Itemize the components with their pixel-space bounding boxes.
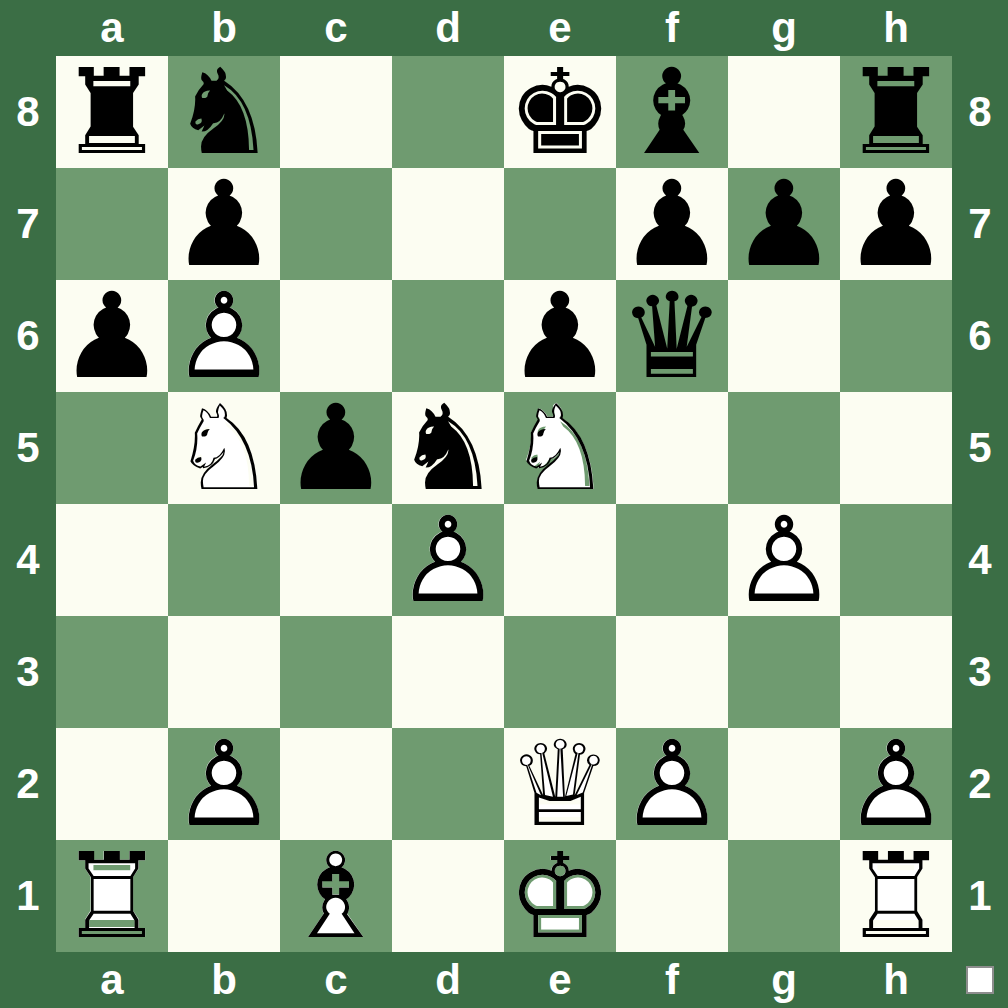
square-h2[interactable]: ♟♙ (840, 728, 952, 840)
white-king-e1-fill: ♚ (504, 840, 616, 952)
square-f4[interactable] (616, 504, 728, 616)
black-pawn-b7: ♟ (168, 168, 280, 280)
square-h6[interactable] (840, 280, 952, 392)
square-g3[interactable] (728, 616, 840, 728)
square-b3[interactable] (168, 616, 280, 728)
black-pawn-c5: ♟ (280, 392, 392, 504)
square-h1[interactable]: ♜♖ (840, 840, 952, 952)
square-d1[interactable] (392, 840, 504, 952)
file-label-top-c: c (280, 0, 392, 56)
white-knight-e5-fill: ♞ (504, 392, 616, 504)
black-pawn-g7: ♟ (728, 168, 840, 280)
black-queen-f6: ♛ (616, 280, 728, 392)
white-pawn-h2-outline: ♙ (840, 728, 952, 840)
rank-label-left-6: 6 (0, 280, 56, 392)
square-f5[interactable] (616, 392, 728, 504)
square-c2[interactable] (280, 728, 392, 840)
file-label-top-f: f (616, 0, 728, 56)
file-label-top-g: g (728, 0, 840, 56)
square-f3[interactable] (616, 616, 728, 728)
white-queen-e2-outline: ♕ (504, 728, 616, 840)
file-label-top-h: h (840, 0, 952, 56)
rank-label-left-8: 8 (0, 56, 56, 168)
chess-board-frame: abcdefgh8♜♞♚♝♜87♟♟♟♟76♟♟♙♟♛65♞♘♟♞♞♘54♟♙♟… (0, 0, 1008, 1008)
square-c7[interactable] (280, 168, 392, 280)
square-f1[interactable] (616, 840, 728, 952)
square-f8[interactable]: ♝ (616, 56, 728, 168)
square-a1[interactable]: ♜♖ (56, 840, 168, 952)
white-king-e1-outline: ♔ (504, 840, 616, 952)
rank-label-right-7: 7 (952, 168, 1008, 280)
white-pawn-g4-fill: ♟ (728, 504, 840, 616)
square-c4[interactable] (280, 504, 392, 616)
square-h3[interactable] (840, 616, 952, 728)
black-pawn-f7: ♟ (616, 168, 728, 280)
frame-corner-top-right (952, 0, 1008, 56)
square-c5[interactable]: ♟ (280, 392, 392, 504)
square-h7[interactable]: ♟ (840, 168, 952, 280)
rank-label-right-5: 5 (952, 392, 1008, 504)
square-b4[interactable] (168, 504, 280, 616)
file-label-bottom-e: e (504, 952, 616, 1008)
square-g8[interactable] (728, 56, 840, 168)
square-b2[interactable]: ♟♙ (168, 728, 280, 840)
rank-label-right-3: 3 (952, 616, 1008, 728)
square-h4[interactable] (840, 504, 952, 616)
white-rook-a1-outline: ♖ (56, 840, 168, 952)
frame-corner-top-left (0, 0, 56, 56)
white-pawn-b6-outline: ♙ (168, 280, 280, 392)
black-pawn-h7: ♟ (840, 168, 952, 280)
rank-label-left-4: 4 (0, 504, 56, 616)
square-d7[interactable] (392, 168, 504, 280)
white-bishop-c1-outline: ♗ (280, 840, 392, 952)
square-a3[interactable] (56, 616, 168, 728)
square-e8[interactable]: ♚ (504, 56, 616, 168)
square-a7[interactable] (56, 168, 168, 280)
square-c6[interactable] (280, 280, 392, 392)
square-e4[interactable] (504, 504, 616, 616)
square-f2[interactable]: ♟♙ (616, 728, 728, 840)
rank-label-left-5: 5 (0, 392, 56, 504)
square-d8[interactable] (392, 56, 504, 168)
white-pawn-f2-outline: ♙ (616, 728, 728, 840)
black-knight-b8: ♞ (168, 56, 280, 168)
white-pawn-b2-outline: ♙ (168, 728, 280, 840)
square-e7[interactable] (504, 168, 616, 280)
white-rook-a1-fill: ♜ (56, 840, 168, 952)
file-label-bottom-a: a (56, 952, 168, 1008)
black-rook-a8: ♜ (56, 56, 168, 168)
rank-label-left-1: 1 (0, 840, 56, 952)
square-e2[interactable]: ♛♕ (504, 728, 616, 840)
white-pawn-g4-outline: ♙ (728, 504, 840, 616)
white-queen-e2-fill: ♛ (504, 728, 616, 840)
square-g2[interactable] (728, 728, 840, 840)
square-d2[interactable] (392, 728, 504, 840)
white-pawn-d4-fill: ♟ (392, 504, 504, 616)
rank-label-right-8: 8 (952, 56, 1008, 168)
square-g4[interactable]: ♟♙ (728, 504, 840, 616)
square-h5[interactable] (840, 392, 952, 504)
white-pawn-h2-fill: ♟ (840, 728, 952, 840)
square-b1[interactable] (168, 840, 280, 952)
white-knight-b5-outline: ♘ (168, 392, 280, 504)
square-b8[interactable]: ♞ (168, 56, 280, 168)
square-a8[interactable]: ♜ (56, 56, 168, 168)
square-e3[interactable] (504, 616, 616, 728)
square-e5[interactable]: ♞♘ (504, 392, 616, 504)
frame-corner-bottom-left (0, 952, 56, 1008)
file-label-top-d: d (392, 0, 504, 56)
rank-label-left-2: 2 (0, 728, 56, 840)
rank-label-left-7: 7 (0, 168, 56, 280)
square-g5[interactable] (728, 392, 840, 504)
square-b7[interactable]: ♟ (168, 168, 280, 280)
square-g7[interactable]: ♟ (728, 168, 840, 280)
file-label-bottom-b: b (168, 952, 280, 1008)
white-to-move-indicator (966, 966, 994, 994)
white-pawn-d4-outline: ♙ (392, 504, 504, 616)
file-label-bottom-d: d (392, 952, 504, 1008)
square-g6[interactable] (728, 280, 840, 392)
square-d3[interactable] (392, 616, 504, 728)
white-knight-e5-outline: ♘ (504, 392, 616, 504)
white-pawn-b2-fill: ♟ (168, 728, 280, 840)
black-bishop-f8: ♝ (616, 56, 728, 168)
rank-label-right-2: 2 (952, 728, 1008, 840)
rank-label-left-3: 3 (0, 616, 56, 728)
square-c3[interactable] (280, 616, 392, 728)
file-label-bottom-f: f (616, 952, 728, 1008)
square-b6[interactable]: ♟♙ (168, 280, 280, 392)
rank-label-right-4: 4 (952, 504, 1008, 616)
square-a5[interactable] (56, 392, 168, 504)
square-d5[interactable]: ♞ (392, 392, 504, 504)
black-knight-d5: ♞ (392, 392, 504, 504)
black-pawn-e6: ♟ (504, 280, 616, 392)
file-label-bottom-g: g (728, 952, 840, 1008)
white-pawn-b6-fill: ♟ (168, 280, 280, 392)
file-label-bottom-h: h (840, 952, 952, 1008)
black-pawn-a6: ♟ (56, 280, 168, 392)
file-label-top-e: e (504, 0, 616, 56)
black-king-e8: ♚ (504, 56, 616, 168)
square-h8[interactable]: ♜ (840, 56, 952, 168)
white-rook-h1-outline: ♖ (840, 840, 952, 952)
white-rook-h1-fill: ♜ (840, 840, 952, 952)
file-label-top-a: a (56, 0, 168, 56)
square-e1[interactable]: ♚♔ (504, 840, 616, 952)
white-knight-b5-fill: ♞ (168, 392, 280, 504)
rank-label-right-6: 6 (952, 280, 1008, 392)
square-a6[interactable]: ♟ (56, 280, 168, 392)
square-a4[interactable] (56, 504, 168, 616)
black-rook-h8: ♜ (840, 56, 952, 168)
square-b5[interactable]: ♞♘ (168, 392, 280, 504)
white-bishop-c1-fill: ♝ (280, 840, 392, 952)
white-pawn-f2-fill: ♟ (616, 728, 728, 840)
file-label-bottom-c: c (280, 952, 392, 1008)
frame-corner-bottom-right (952, 952, 1008, 1008)
file-label-top-b: b (168, 0, 280, 56)
square-e6[interactable]: ♟ (504, 280, 616, 392)
square-c8[interactable] (280, 56, 392, 168)
square-d6[interactable] (392, 280, 504, 392)
rank-label-right-1: 1 (952, 840, 1008, 952)
square-f7[interactable]: ♟ (616, 168, 728, 280)
square-a2[interactable] (56, 728, 168, 840)
square-c1[interactable]: ♝♗ (280, 840, 392, 952)
square-g1[interactable] (728, 840, 840, 952)
square-f6[interactable]: ♛ (616, 280, 728, 392)
square-d4[interactable]: ♟♙ (392, 504, 504, 616)
